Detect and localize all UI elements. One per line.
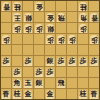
piece-kanji: 銀 (36, 79, 43, 88)
gote-p-piece[interactable]: 歩 (79, 24, 88, 34)
square-4-4[interactable]: 歩 (56, 34, 66, 44)
square-3-3[interactable] (67, 23, 77, 33)
square-3-7[interactable] (67, 67, 77, 77)
sente-p-piece[interactable]: 歩 (46, 68, 55, 78)
square-4-8[interactable]: 飛 (56, 78, 66, 88)
square-2-3[interactable]: 歩 (78, 23, 88, 33)
gote-b-piece[interactable]: 角 (79, 13, 88, 23)
square-4-7[interactable] (56, 67, 66, 77)
square-7-8[interactable]: 玉 (23, 78, 33, 88)
piece-kanji: 歩 (3, 35, 10, 44)
gote-s-piece[interactable]: 銀 (24, 13, 33, 23)
gote-p-piece[interactable]: 歩 (2, 35, 11, 45)
square-8-8[interactable]: 角 (12, 78, 22, 88)
square-5-9[interactable]: 金 (45, 89, 55, 99)
square-3-8[interactable] (67, 78, 77, 88)
gote-s-piece[interactable]: 銀 (46, 24, 55, 34)
square-6-7[interactable]: 歩 (34, 67, 44, 77)
square-8-1[interactable]: 桂 (12, 1, 22, 11)
square-5-7[interactable]: 歩 (45, 67, 55, 77)
gote-p-piece[interactable]: 歩 (90, 35, 99, 45)
square-8-3[interactable]: 歩 (12, 23, 22, 33)
square-9-4[interactable]: 歩 (1, 34, 11, 44)
piece-kanji: 銀 (25, 13, 32, 22)
square-2-5[interactable] (78, 45, 88, 55)
square-7-4[interactable] (23, 34, 33, 44)
sente-b-piece[interactable]: 角 (13, 79, 22, 89)
piece-kanji: 歩 (58, 57, 65, 66)
piece-kanji: 歩 (14, 24, 21, 33)
gote-n-piece[interactable]: 桂 (13, 2, 22, 12)
piece-kanji: 桂 (14, 90, 21, 99)
square-9-8[interactable] (1, 78, 11, 88)
gote-g-piece[interactable]: 金 (46, 13, 55, 23)
square-8-2[interactable]: 王 (12, 12, 22, 22)
square-6-6[interactable] (34, 56, 44, 66)
square-5-4[interactable]: 歩 (45, 34, 55, 44)
sente-g-piece[interactable]: 金 (24, 90, 33, 100)
gote-l-piece[interactable]: 香 (2, 2, 11, 12)
square-2-4[interactable] (78, 34, 88, 44)
gote-n-piece[interactable]: 桂 (79, 2, 88, 12)
sente-s-piece[interactable]: 銀 (46, 57, 55, 67)
piece-kanji: 歩 (80, 57, 87, 66)
square-5-2[interactable]: 金 (45, 12, 55, 22)
square-1-3[interactable] (89, 23, 99, 33)
square-7-3[interactable]: 歩 (23, 23, 33, 33)
square-6-4[interactable] (34, 34, 44, 44)
square-6-5[interactable] (34, 45, 44, 55)
square-9-3[interactable] (1, 23, 11, 33)
square-8-5[interactable] (12, 45, 22, 55)
square-4-5[interactable] (56, 45, 66, 55)
piece-kanji: 金 (25, 90, 32, 99)
piece-kanji: 桂 (80, 90, 87, 99)
piece-kanji: 銀 (47, 24, 54, 33)
square-6-1[interactable]: 金 (34, 1, 44, 11)
square-3-2[interactable] (67, 12, 77, 22)
sente-n-piece[interactable]: 桂 (13, 90, 22, 100)
square-4-2[interactable]: 飛 (56, 12, 66, 22)
piece-kanji: 歩 (25, 24, 32, 33)
square-7-1[interactable] (23, 1, 33, 11)
square-4-3[interactable] (56, 23, 66, 33)
square-4-9[interactable] (56, 89, 66, 99)
piece-kanji: 歩 (47, 35, 54, 44)
square-3-1[interactable] (67, 1, 77, 11)
gote-p-piece[interactable]: 歩 (24, 24, 33, 34)
piece-kanji: 歩 (3, 57, 10, 66)
square-8-6[interactable] (12, 56, 22, 66)
piece-kanji: 角 (80, 13, 87, 22)
square-8-4[interactable] (12, 34, 22, 44)
piece-kanji: 金 (47, 90, 54, 99)
square-5-1[interactable] (45, 1, 55, 11)
sente-s-piece[interactable]: 銀 (35, 79, 44, 89)
square-7-6[interactable]: 歩 (23, 56, 33, 66)
piece-kanji: 金 (47, 13, 54, 22)
gote-p-piece[interactable]: 歩 (68, 35, 77, 45)
piece-kanji: 歩 (80, 24, 87, 33)
piece-kanji: 桂 (14, 2, 21, 11)
sente-p-piece[interactable]: 歩 (90, 57, 99, 67)
square-7-7[interactable] (23, 67, 33, 77)
sente-p-piece[interactable]: 歩 (13, 68, 22, 78)
square-5-8[interactable] (45, 78, 55, 88)
piece-kanji: 歩 (47, 68, 54, 77)
square-1-4[interactable]: 歩 (89, 34, 99, 44)
gote-p-piece[interactable]: 歩 (35, 24, 44, 34)
piece-kanji: 香 (91, 90, 98, 99)
square-1-8[interactable] (89, 78, 99, 88)
piece-kanji: 香 (91, 13, 98, 22)
piece-kanji: 歩 (91, 35, 98, 44)
sente-n-piece[interactable]: 桂 (79, 90, 88, 100)
gote-g-piece[interactable]: 金 (35, 2, 44, 12)
square-1-7[interactable] (89, 67, 99, 77)
piece-kanji: 玉 (25, 79, 32, 88)
sente-k-piece[interactable]: 玉 (24, 79, 33, 89)
square-5-6[interactable]: 銀 (45, 56, 55, 66)
piece-kanji: 歩 (69, 57, 76, 66)
square-2-8[interactable] (78, 78, 88, 88)
sente-l-piece[interactable]: 香 (2, 90, 11, 100)
gote-k-piece[interactable]: 王 (13, 13, 22, 23)
square-5-3[interactable]: 銀 (45, 23, 55, 33)
sente-p-piece[interactable]: 歩 (68, 57, 77, 67)
shogi-board: 香桂金桂王銀金飛角香歩歩歩銀歩歩歩歩歩歩歩歩銀歩歩歩歩歩歩歩角玉銀飛香桂金金桂香 (0, 0, 100, 100)
square-1-1[interactable] (89, 1, 99, 11)
piece-kanji: 香 (3, 2, 10, 11)
square-6-2[interactable] (34, 12, 44, 22)
square-2-1[interactable]: 桂 (78, 1, 88, 11)
gote-l-piece[interactable]: 香 (90, 13, 99, 23)
square-9-6[interactable]: 歩 (1, 56, 11, 66)
square-4-6[interactable]: 歩 (56, 56, 66, 66)
piece-kanji: 歩 (36, 68, 43, 77)
sente-g-piece[interactable]: 金 (46, 90, 55, 100)
square-6-9[interactable] (34, 89, 44, 99)
square-6-8[interactable]: 銀 (34, 78, 44, 88)
sente-p-piece[interactable]: 歩 (2, 57, 11, 67)
square-1-2[interactable]: 香 (89, 12, 99, 22)
sente-p-piece[interactable]: 歩 (35, 68, 44, 78)
gote-r-piece[interactable]: 飛 (57, 13, 66, 23)
piece-kanji: 飛 (58, 13, 65, 22)
square-1-6[interactable]: 歩 (89, 56, 99, 66)
gote-p-piece[interactable]: 歩 (13, 24, 22, 34)
square-3-6[interactable]: 歩 (67, 56, 77, 66)
square-9-9[interactable]: 香 (1, 89, 11, 99)
square-9-7[interactable] (1, 67, 11, 77)
square-9-1[interactable]: 香 (1, 1, 11, 11)
square-2-2[interactable]: 角 (78, 12, 88, 22)
square-2-9[interactable]: 桂 (78, 89, 88, 99)
square-1-5[interactable] (89, 45, 99, 55)
square-4-1[interactable] (56, 1, 66, 11)
piece-kanji: 香 (3, 90, 10, 99)
piece-kanji: 歩 (25, 57, 32, 66)
square-7-5[interactable] (23, 45, 33, 55)
square-9-5[interactable] (1, 45, 11, 55)
piece-kanji: 銀 (47, 57, 54, 66)
square-8-7[interactable]: 歩 (12, 67, 22, 77)
square-1-9[interactable]: 香 (89, 89, 99, 99)
square-7-9[interactable]: 金 (23, 89, 33, 99)
square-2-7[interactable] (78, 67, 88, 77)
piece-kanji: 歩 (91, 57, 98, 66)
sente-p-piece[interactable]: 歩 (57, 57, 66, 67)
piece-kanji: 金 (36, 2, 43, 11)
square-2-6[interactable]: 歩 (78, 56, 88, 66)
piece-kanji: 飛 (58, 79, 65, 88)
square-5-5[interactable] (45, 45, 55, 55)
sente-r-piece[interactable]: 飛 (57, 79, 66, 89)
square-8-9[interactable]: 桂 (12, 89, 22, 99)
gote-p-piece[interactable]: 歩 (57, 35, 66, 45)
square-9-2[interactable] (1, 12, 11, 22)
square-3-4[interactable]: 歩 (67, 34, 77, 44)
square-3-9[interactable] (67, 89, 77, 99)
piece-kanji: 王 (14, 13, 21, 22)
piece-kanji: 歩 (14, 68, 21, 77)
piece-kanji: 角 (14, 79, 21, 88)
gote-p-piece[interactable]: 歩 (46, 35, 55, 45)
piece-kanji: 歩 (69, 35, 76, 44)
piece-kanji: 歩 (36, 24, 43, 33)
sente-p-piece[interactable]: 歩 (24, 57, 33, 67)
square-7-2[interactable]: 銀 (23, 12, 33, 22)
sente-l-piece[interactable]: 香 (90, 90, 99, 100)
piece-kanji: 桂 (80, 2, 87, 11)
piece-kanji: 歩 (58, 35, 65, 44)
shogi-app: 香桂金桂王銀金飛角香歩歩歩銀歩歩歩歩歩歩歩歩銀歩歩歩歩歩歩歩角玉銀飛香桂金金桂香 (0, 0, 100, 100)
square-6-3[interactable]: 歩 (34, 23, 44, 33)
sente-p-piece[interactable]: 歩 (79, 57, 88, 67)
square-3-5[interactable] (67, 45, 77, 55)
